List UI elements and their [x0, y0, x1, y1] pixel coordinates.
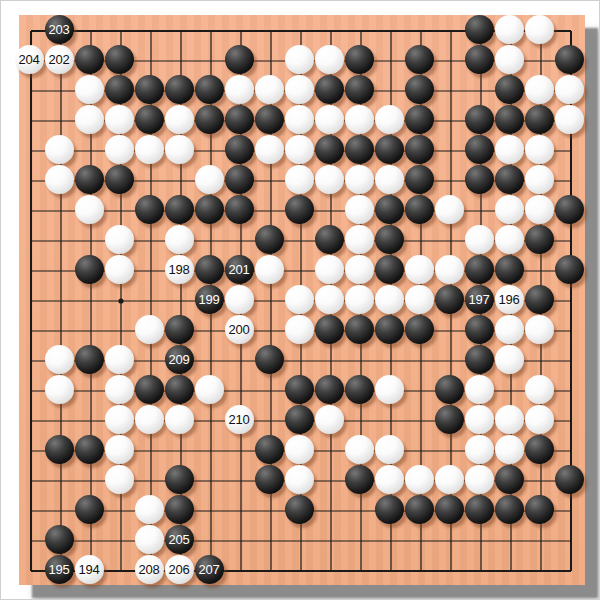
stone-black-c12-r13[interactable] — [345, 375, 374, 404]
stone-move-201[interactable]: 201 — [225, 255, 254, 284]
stone-white-c9-r5[interactable] — [255, 135, 284, 164]
stone-white-c17-r11[interactable] — [495, 315, 524, 344]
stone-black-c4-r3[interactable] — [105, 75, 134, 104]
stone-black-c17-r3[interactable] — [495, 75, 524, 104]
move-number-label: 198 — [169, 255, 190, 284]
stone-white-c12-r6[interactable] — [345, 165, 374, 194]
stone-white-c13-r13[interactable] — [375, 375, 404, 404]
stone-move-202[interactable]: 202 — [45, 45, 74, 74]
stone-black-c17-r9[interactable] — [495, 255, 524, 284]
stone-black-c9-r4[interactable] — [255, 105, 284, 134]
stone-black-c10-r7[interactable] — [285, 195, 314, 224]
stone-white-c9-r3[interactable] — [255, 75, 284, 104]
stone-move-209[interactable]: 209 — [165, 345, 194, 374]
stone-white-c17-r8[interactable] — [495, 225, 524, 254]
stone-black-c9-r16[interactable] — [255, 465, 284, 494]
stone-black-c10-r17[interactable] — [285, 495, 314, 524]
stone-move-210[interactable]: 210 — [225, 405, 254, 434]
stone-black-c13-r9[interactable] — [375, 255, 404, 284]
stone-white-c9-r9[interactable] — [255, 255, 284, 284]
stone-white-c10-r4[interactable] — [285, 105, 314, 134]
stone-black-c12-r2[interactable] — [345, 45, 374, 74]
stone-black-c14-r4[interactable] — [405, 105, 434, 134]
stone-black-c11-r13[interactable] — [315, 375, 344, 404]
stone-white-c16-r13[interactable] — [465, 375, 494, 404]
stone-white-c13-r6[interactable] — [375, 165, 404, 194]
stone-white-c17-r7[interactable] — [495, 195, 524, 224]
stone-white-c12-r10[interactable] — [345, 285, 374, 314]
stone-white-c6-r5[interactable] — [165, 135, 194, 164]
stone-white-c4-r16[interactable] — [105, 465, 134, 494]
stone-black-c9-r15[interactable] — [255, 435, 284, 464]
stone-black-c6-r11[interactable] — [165, 315, 194, 344]
stone-white-c16-r14[interactable] — [465, 405, 494, 434]
stone-white-c16-r8[interactable] — [465, 225, 494, 254]
stone-black-c16-r9[interactable] — [465, 255, 494, 284]
stone-black-c10-r13[interactable] — [285, 375, 314, 404]
stone-white-c4-r4[interactable] — [105, 105, 134, 134]
stone-black-c14-r6[interactable] — [405, 165, 434, 194]
stone-white-c3-r3[interactable] — [75, 75, 104, 104]
stone-black-c11-r5[interactable] — [315, 135, 344, 164]
stone-white-c4-r9[interactable] — [105, 255, 134, 284]
stone-black-c11-r8[interactable] — [315, 225, 344, 254]
stone-black-c5-r7[interactable] — [135, 195, 164, 224]
stone-black-c14-r5[interactable] — [405, 135, 434, 164]
stone-white-c17-r15[interactable] — [495, 435, 524, 464]
stone-white-c3-r7[interactable] — [75, 195, 104, 224]
stone-white-c18-r1[interactable] — [525, 15, 554, 44]
stone-black-c15-r17[interactable] — [435, 495, 464, 524]
stone-white-c8-r3[interactable] — [225, 75, 254, 104]
stone-black-c15-r14[interactable] — [435, 405, 464, 434]
stone-black-c6-r3[interactable] — [165, 75, 194, 104]
stone-black-c18-r4[interactable] — [525, 105, 554, 134]
stone-white-c11-r6[interactable] — [315, 165, 344, 194]
stone-white-c10-r6[interactable] — [285, 165, 314, 194]
stone-black-c3-r17[interactable] — [75, 495, 104, 524]
stone-black-c16-r5[interactable] — [465, 135, 494, 164]
stone-black-c17-r6[interactable] — [495, 165, 524, 194]
stone-black-c14-r7[interactable] — [405, 195, 434, 224]
stone-white-c10-r10[interactable] — [285, 285, 314, 314]
stone-white-c7-r13[interactable] — [195, 375, 224, 404]
move-number-label: 208 — [139, 555, 160, 584]
move-number-label: 196 — [499, 285, 520, 314]
move-number-label: 206 — [169, 555, 190, 584]
stone-white-c5-r18[interactable] — [135, 525, 164, 554]
stone-black-c6-r13[interactable] — [165, 375, 194, 404]
stone-white-c17-r14[interactable] — [495, 405, 524, 434]
stone-move-208[interactable]: 208 — [135, 555, 164, 584]
stone-white-c14-r9[interactable] — [405, 255, 434, 284]
move-number-label: 205 — [169, 525, 190, 554]
stone-black-c16-r6[interactable] — [465, 165, 494, 194]
stone-black-c13-r17[interactable] — [375, 495, 404, 524]
stone-black-c4-r6[interactable] — [105, 165, 134, 194]
stone-white-c18-r6[interactable] — [525, 165, 554, 194]
stone-move-203[interactable]: 203 — [45, 15, 74, 44]
move-number-label: 210 — [229, 405, 250, 434]
stone-black-c9-r8[interactable] — [255, 225, 284, 254]
stone-white-c18-r7[interactable] — [525, 195, 554, 224]
stone-black-c5-r13[interactable] — [135, 375, 164, 404]
stone-black-c14-r2[interactable] — [405, 45, 434, 74]
move-number-label: 194 — [79, 555, 100, 584]
stone-white-c5-r5[interactable] — [135, 135, 164, 164]
stone-black-c16-r1[interactable] — [465, 15, 494, 44]
stone-black-c13-r5[interactable] — [375, 135, 404, 164]
stone-black-c11-r3[interactable] — [315, 75, 344, 104]
stone-white-c12-r4[interactable] — [345, 105, 374, 134]
stone-black-c7-r7[interactable] — [195, 195, 224, 224]
stone-black-c12-r5[interactable] — [345, 135, 374, 164]
stone-white-c12-r7[interactable] — [345, 195, 374, 224]
stone-black-c18-r17[interactable] — [525, 495, 554, 524]
stone-black-c11-r11[interactable] — [315, 315, 344, 344]
move-number-label: 201 — [229, 255, 250, 284]
stone-move-205[interactable]: 205 — [165, 525, 194, 554]
stone-black-c5-r3[interactable] — [135, 75, 164, 104]
stone-white-c13-r15[interactable] — [375, 435, 404, 464]
stone-white-c2-r6[interactable] — [45, 165, 74, 194]
stone-black-c16-r12[interactable] — [465, 345, 494, 374]
stone-move-194[interactable]: 194 — [75, 555, 104, 584]
stone-move-197[interactable]: 197 — [465, 285, 494, 314]
stone-black-c7-r9[interactable] — [195, 255, 224, 284]
move-number-label: 200 — [229, 315, 250, 344]
move-number-label: 207 — [199, 555, 220, 584]
stone-move-207[interactable]: 207 — [195, 555, 224, 584]
move-number-label: 204 — [19, 45, 40, 74]
move-number-label: 202 — [49, 45, 70, 74]
stone-white-c6-r14[interactable] — [165, 405, 194, 434]
stone-black-c16-r2[interactable] — [465, 45, 494, 74]
stone-white-c4-r15[interactable] — [105, 435, 134, 464]
stone-white-c4-r5[interactable] — [105, 135, 134, 164]
stone-black-c7-r4[interactable] — [195, 105, 224, 134]
stone-black-c17-r4[interactable] — [495, 105, 524, 134]
stone-white-c2-r12[interactable] — [45, 345, 74, 374]
stone-black-c15-r13[interactable] — [435, 375, 464, 404]
stone-white-c5-r17[interactable] — [135, 495, 164, 524]
stone-white-c18-r11[interactable] — [525, 315, 554, 344]
stone-black-c16-r11[interactable] — [465, 315, 494, 344]
stone-white-c12-r15[interactable] — [345, 435, 374, 464]
stone-black-c6-r16[interactable] — [165, 465, 194, 494]
stone-black-c16-r17[interactable] — [465, 495, 494, 524]
stone-black-c4-r2[interactable] — [105, 45, 134, 74]
stone-white-c6-r8[interactable] — [165, 225, 194, 254]
stone-white-c18-r13[interactable] — [525, 375, 554, 404]
move-number-label: 209 — [169, 345, 190, 374]
stone-white-c12-r9[interactable] — [345, 255, 374, 284]
stone-black-c19-r2[interactable] — [555, 45, 584, 74]
stone-black-c2-r18[interactable] — [45, 525, 74, 554]
stone-white-c11-r2[interactable] — [315, 45, 344, 74]
stone-black-c14-r3[interactable] — [405, 75, 434, 104]
stone-white-c15-r7[interactable] — [435, 195, 464, 224]
stone-white-c13-r4[interactable] — [375, 105, 404, 134]
stone-black-c2-r15[interactable] — [45, 435, 74, 464]
stone-white-c11-r14[interactable] — [315, 405, 344, 434]
stone-white-c4-r14[interactable] — [105, 405, 134, 434]
stone-white-c13-r16[interactable] — [375, 465, 404, 494]
stone-move-204[interactable]: 204 — [15, 45, 44, 74]
stone-white-c2-r13[interactable] — [45, 375, 74, 404]
stone-black-c3-r6[interactable] — [75, 165, 104, 194]
move-number-label: 199 — [199, 285, 220, 314]
stone-white-c16-r15[interactable] — [465, 435, 494, 464]
stone-white-c10-r16[interactable] — [285, 465, 314, 494]
stone-black-c8-r7[interactable] — [225, 195, 254, 224]
stone-move-200[interactable]: 200 — [225, 315, 254, 344]
stone-black-c17-r16[interactable] — [495, 465, 524, 494]
move-number-label: 195 — [49, 555, 70, 584]
stone-white-c10-r15[interactable] — [285, 435, 314, 464]
stone-black-c8-r5[interactable] — [225, 135, 254, 164]
stone-white-c17-r2[interactable] — [495, 45, 524, 74]
stone-move-206[interactable]: 206 — [165, 555, 194, 584]
stone-black-c19-r16[interactable] — [555, 465, 584, 494]
stone-white-c18-r5[interactable] — [525, 135, 554, 164]
stone-white-c17-r5[interactable] — [495, 135, 524, 164]
stone-black-c15-r10[interactable] — [435, 285, 464, 314]
stone-black-c10-r14[interactable] — [285, 405, 314, 434]
stone-white-c13-r10[interactable] — [375, 285, 404, 314]
stone-white-c14-r16[interactable] — [405, 465, 434, 494]
stone-black-c8-r2[interactable] — [225, 45, 254, 74]
stone-white-c4-r13[interactable] — [105, 375, 134, 404]
stone-white-c18-r3[interactable] — [525, 75, 554, 104]
stone-white-c15-r16[interactable] — [435, 465, 464, 494]
move-number-label: 197 — [469, 285, 490, 314]
stone-white-c2-r5[interactable] — [45, 135, 74, 164]
stone-white-c17-r1[interactable] — [495, 15, 524, 44]
stone-black-c16-r4[interactable] — [465, 105, 494, 134]
stone-black-c18-r10[interactable] — [525, 285, 554, 314]
stone-black-c8-r4[interactable] — [225, 105, 254, 134]
stone-white-c10-r11[interactable] — [285, 315, 314, 344]
stone-white-c14-r10[interactable] — [405, 285, 434, 314]
stone-black-c19-r9[interactable] — [555, 255, 584, 284]
stone-black-c7-r3[interactable] — [195, 75, 224, 104]
stone-white-c15-r9[interactable] — [435, 255, 464, 284]
stone-black-c13-r7[interactable] — [375, 195, 404, 224]
stone-black-c18-r15[interactable] — [525, 435, 554, 464]
stone-white-c11-r9[interactable] — [315, 255, 344, 284]
stone-white-c11-r10[interactable] — [315, 285, 344, 314]
stone-move-195[interactable]: 195 — [45, 555, 74, 584]
stone-black-c9-r12[interactable] — [255, 345, 284, 374]
stone-move-199[interactable]: 199 — [195, 285, 224, 314]
stone-black-c12-r3[interactable] — [345, 75, 374, 104]
stone-white-c4-r12[interactable] — [105, 345, 134, 374]
stone-black-c14-r11[interactable] — [405, 315, 434, 344]
stone-white-c17-r12[interactable] — [495, 345, 524, 374]
stone-black-c12-r16[interactable] — [345, 465, 374, 494]
stone-white-c18-r14[interactable] — [525, 405, 554, 434]
stone-black-c6-r17[interactable] — [165, 495, 194, 524]
stone-black-c3-r2[interactable] — [75, 45, 104, 74]
stone-black-c19-r7[interactable] — [555, 195, 584, 224]
stone-black-c8-r6[interactable] — [225, 165, 254, 194]
stone-white-c8-r10[interactable] — [225, 285, 254, 314]
stone-white-c5-r14[interactable] — [135, 405, 164, 434]
stone-black-c14-r17[interactable] — [405, 495, 434, 524]
stone-move-198[interactable]: 198 — [165, 255, 194, 284]
stone-white-c19-r4[interactable] — [555, 105, 584, 134]
stone-white-c19-r3[interactable] — [555, 75, 584, 104]
stone-white-c6-r4[interactable] — [165, 105, 194, 134]
stone-white-c4-r8[interactable] — [105, 225, 134, 254]
stone-black-c3-r12[interactable] — [75, 345, 104, 374]
stone-black-c17-r17[interactable] — [495, 495, 524, 524]
stone-white-c12-r8[interactable] — [345, 225, 374, 254]
stone-white-c11-r4[interactable] — [315, 105, 344, 134]
stone-black-c3-r15[interactable] — [75, 435, 104, 464]
stone-black-c18-r8[interactable] — [525, 225, 554, 254]
stone-white-c7-r6[interactable] — [195, 165, 224, 194]
stone-white-c16-r16[interactable] — [465, 465, 494, 494]
stone-black-c13-r8[interactable] — [375, 225, 404, 254]
stone-black-c6-r7[interactable] — [165, 195, 194, 224]
stone-black-c5-r4[interactable] — [135, 105, 164, 134]
stone-white-c10-r2[interactable] — [285, 45, 314, 74]
move-number-label: 203 — [49, 15, 70, 44]
stone-white-c5-r11[interactable] — [135, 315, 164, 344]
stone-black-c3-r9[interactable] — [75, 255, 104, 284]
go-diagram-page: 2032042021982011991971962002092102051951… — [0, 0, 600, 600]
stone-white-c3-r4[interactable] — [75, 105, 104, 134]
stone-white-c10-r5[interactable] — [285, 135, 314, 164]
stone-black-c13-r11[interactable] — [375, 315, 404, 344]
stone-move-196[interactable]: 196 — [495, 285, 524, 314]
stone-black-c12-r11[interactable] — [345, 315, 374, 344]
stone-white-c10-r3[interactable] — [285, 75, 314, 104]
